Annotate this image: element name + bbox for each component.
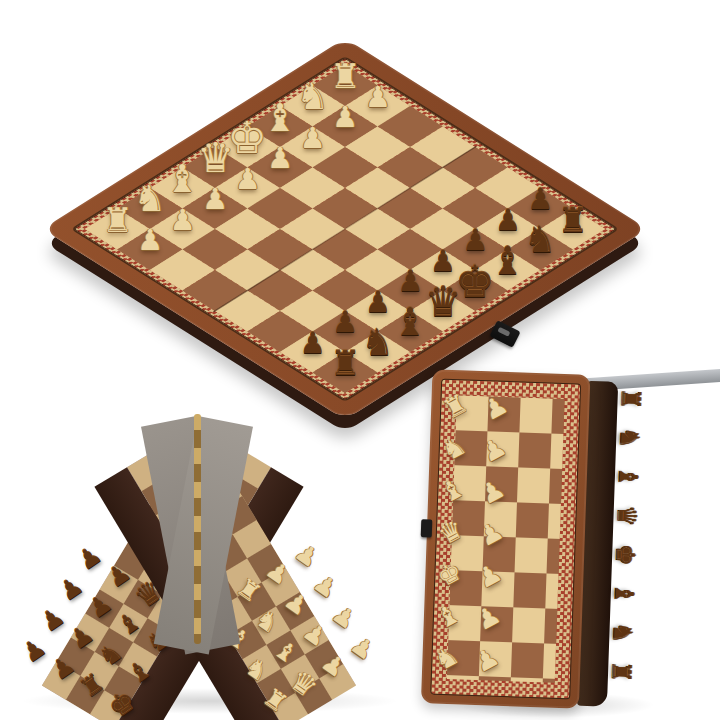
dark-piece-P: ♟ — [365, 287, 391, 316]
folded-tent-view: ♟♟♟♟♟♟♟♟♜♞♝♛♚♝♞♜ ♟♟♟♟♟♟♟♟♜♞♝♛♚♝♞♜ — [2, 402, 422, 717]
light-piece-P: ♟ — [169, 206, 195, 235]
light-piece-B: ♝ — [263, 99, 297, 137]
standing-face-pieces: ♜♟♞♟♝♟♛♟♚♟♝♟♞♟ — [430, 392, 520, 689]
light-piece-P: ♟ — [299, 124, 325, 153]
light-piece-P: ♟ — [332, 103, 358, 132]
dark-piece-P: ♟ — [462, 226, 488, 255]
dark-piece-R: ♜ — [618, 387, 644, 410]
product-photo-stage: ♜♞♝♛♚♝♞♜♟♟♟♟♟♟♟♟♟♟♟♟♟♟♟♟♜♞♝♛♚♝♞♜ ♟♟♟♟♟♟♟… — [0, 0, 720, 720]
light-piece-P: ♟ — [202, 185, 228, 214]
dark-piece-B: ♝ — [615, 465, 641, 488]
dark-piece-P: ♟ — [495, 206, 521, 235]
dark-piece-N: ♞ — [524, 222, 556, 258]
dark-piece-N: ♞ — [361, 325, 393, 361]
dark-piece-P: ♟ — [430, 246, 456, 275]
light-piece-P: ♟ — [365, 83, 391, 112]
dark-piece-B: ♝ — [393, 303, 427, 341]
board-frame: ♜♞♝♛♚♝♞♜♟♟♟♟♟♟♟♟♟♟♟♟♟♟♟♟♜♞♝♛♚♝♞♜ — [42, 38, 647, 419]
dark-piece-N: ♞ — [610, 621, 636, 644]
light-piece-P: ♟ — [234, 165, 260, 194]
light-piece-R: ♜ — [102, 203, 132, 237]
dark-piece-K: ♚ — [613, 543, 639, 566]
board-tilt-wrapper: ♜♞♝♛♚♝♞♜♟♟♟♟♟♟♟♟♟♟♟♟♟♟♟♟♜♞♝♛♚♝♞♜ — [42, 38, 647, 419]
dark-piece-Q: ♛ — [614, 504, 640, 527]
light-piece-R: ♜ — [330, 60, 360, 94]
light-piece-P: ♟ — [463, 639, 518, 695]
standing-board-frame: ♜♟♞♟♝♟♛♟♚♟♝♟♞♟ — [421, 369, 591, 708]
dark-piece-P: ♟ — [397, 267, 423, 296]
chess-board: ♜♞♝♛♚♝♞♜♟♟♟♟♟♟♟♟♟♟♟♟♟♟♟♟♜♞♝♛♚♝♞♜ — [85, 65, 605, 393]
dark-piece-P: ♟ — [527, 185, 553, 214]
standing-board-view: ♜♟♞♟♝♟♛♟♚♟♝♟♞♟ ♜♞♝♛♚♝♞♜ — [418, 365, 720, 720]
brass-hinge — [194, 414, 201, 644]
dark-piece-R: ♜ — [330, 346, 360, 380]
dark-piece-R: ♜ — [608, 660, 634, 683]
light-piece-P: ♟ — [137, 226, 163, 255]
light-piece-B: ♝ — [165, 160, 199, 198]
light-piece-P: ♟ — [267, 144, 293, 173]
dark-piece-R: ♜ — [557, 203, 587, 237]
light-piece-N: ♞ — [296, 79, 328, 115]
dark-piece-B: ♝ — [611, 582, 637, 605]
light-piece-Q: ♛ — [197, 138, 234, 179]
dark-piece-P: ♟ — [299, 328, 325, 357]
standing-edge-pieces: ♜♞♝♛♚♝♞♜ — [610, 386, 643, 685]
dark-piece-P: ♟ — [332, 308, 358, 337]
light-piece-N: ♞ — [134, 182, 166, 218]
dark-piece-B: ♝ — [491, 242, 525, 280]
dark-piece-N: ♞ — [617, 426, 643, 449]
dark-piece-Q: ♛ — [424, 281, 461, 322]
mosaic-border: ♜♞♝♛♚♝♞♜♟♟♟♟♟♟♟♟♟♟♟♟♟♟♟♟♜♞♝♛♚♝♞♜ — [73, 58, 616, 400]
